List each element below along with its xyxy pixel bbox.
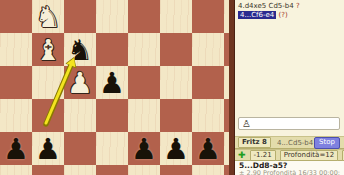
board-square[interactable] [192, 33, 224, 66]
board-square[interactable] [96, 132, 128, 165]
board-square[interactable] [160, 165, 192, 175]
white-knight[interactable]: ♞ [35, 2, 61, 33]
black-pawn[interactable]: ♟ [131, 134, 157, 165]
board-square[interactable] [0, 165, 32, 175]
plus-icon[interactable]: ✚ [238, 150, 246, 160]
black-pawn[interactable]: ♟ [163, 134, 189, 165]
board-square[interactable]: ♞ [64, 33, 96, 66]
white-pawn-icon: ♙ [242, 119, 251, 129]
evaluation-value: -1.21 [250, 150, 276, 161]
board-square[interactable] [160, 0, 192, 33]
board-square[interactable]: ♟ [192, 132, 224, 165]
board-square[interactable] [192, 66, 224, 99]
pv-stats: ± 2.90 Profondità 16/33 00:00:33 348546 [239, 170, 340, 175]
board-square[interactable]: ♟ [160, 132, 192, 165]
chess-board-grid: ♞♝♞♟♟♟♟♟♟♟ [0, 0, 229, 175]
board-square[interactable]: ♟ [96, 66, 128, 99]
black-pawn[interactable]: ♟ [35, 134, 61, 165]
engine-current-line: 4...Cd5-b4 32:40 [277, 139, 314, 147]
board-square[interactable] [160, 33, 192, 66]
black-pawn[interactable]: ♟ [99, 68, 125, 99]
principal-variation: 5...Dd8-a5? ± 2.90 Profondità 16/33 00:0… [235, 161, 344, 175]
board-square[interactable] [0, 99, 32, 132]
board-square[interactable] [64, 0, 96, 33]
move-annotation: (?) [278, 11, 287, 19]
search-depth: Profondità=12 [280, 150, 338, 161]
engine-stats-bar: ✚ -1.21 Profondità=12 2331 [235, 149, 344, 161]
board-square[interactable] [64, 132, 96, 165]
fritz-window: ♞♝♞♟♟♟♟♟♟♟ 4.d4xe5 Cd5-b4 ? 4...Cf6-e4 (… [0, 0, 344, 175]
board-square[interactable]: ♝ [32, 33, 64, 66]
board-square[interactable] [128, 66, 160, 99]
board-square[interactable] [128, 165, 160, 175]
board-square[interactable]: ♞ [32, 0, 64, 33]
chess-board: ♞♝♞♟♟♟♟♟♟♟ [0, 0, 229, 175]
black-pawn[interactable]: ♟ [3, 134, 29, 165]
board-square[interactable] [96, 99, 128, 132]
black-pawn[interactable]: ♟ [195, 134, 221, 165]
stop-button[interactable]: Stop [314, 137, 340, 149]
engine-name-label: Fritz 8 [238, 137, 271, 148]
white-pawn[interactable]: ♟ [67, 68, 93, 99]
board-square[interactable] [128, 99, 160, 132]
board-square[interactable] [128, 0, 160, 33]
selected-move[interactable]: 4...Cf6-e4 [238, 11, 276, 19]
board-square[interactable] [64, 99, 96, 132]
board-square[interactable] [96, 0, 128, 33]
board-square[interactable] [160, 66, 192, 99]
black-knight[interactable]: ♞ [67, 35, 93, 66]
board-square[interactable] [32, 99, 64, 132]
notation-engine-panel: 4.d4xe5 Cd5-b4 ? 4...Cf6-e4 (?) ♙ Fritz … [235, 0, 344, 175]
white-bishop[interactable]: ♝ [35, 35, 61, 66]
board-square[interactable] [0, 33, 32, 66]
move-text[interactable]: Cd5-b4 [269, 2, 294, 10]
move-text[interactable]: 4.d4xe5 [238, 2, 266, 10]
pv-best-move[interactable]: 5...Dd8-a5? [239, 162, 340, 170]
board-square[interactable] [128, 33, 160, 66]
board-square[interactable] [0, 0, 32, 33]
board-square[interactable] [192, 99, 224, 132]
annotation-input-bar[interactable]: ♙ [238, 117, 340, 130]
board-square[interactable] [32, 165, 64, 175]
board-square[interactable] [0, 66, 32, 99]
board-square[interactable] [64, 165, 96, 175]
board-square[interactable]: ♟ [32, 132, 64, 165]
board-square[interactable]: ♟ [128, 132, 160, 165]
engine-header-bar: Fritz 8 4...Cd5-b4 32:40 Stop [235, 136, 344, 149]
board-square[interactable] [96, 33, 128, 66]
notation-area: 4.d4xe5 Cd5-b4 ? 4...Cf6-e4 (?) [235, 0, 344, 22]
notation-line-1: 4.d4xe5 Cd5-b4 ? [238, 2, 341, 11]
notation-line-2: 4...Cf6-e4 (?) [238, 11, 341, 20]
board-square[interactable] [96, 165, 128, 175]
board-square[interactable] [160, 99, 192, 132]
board-square[interactable] [192, 0, 224, 33]
board-square[interactable]: ♟ [0, 132, 32, 165]
board-square[interactable] [32, 66, 64, 99]
move-annotation: ? [296, 2, 300, 10]
board-square[interactable] [192, 165, 224, 175]
board-square[interactable]: ♟ [64, 66, 96, 99]
